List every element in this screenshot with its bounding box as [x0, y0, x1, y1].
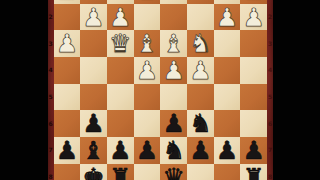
rank-label-left-6: 6	[48, 121, 54, 127]
square-c7[interactable]: ♟	[187, 137, 214, 164]
piece-white-pawn-a2: ♟	[240, 5, 267, 32]
square-b3[interactable]	[214, 30, 241, 57]
square-h7[interactable]: ♟	[54, 137, 81, 164]
square-f4[interactable]	[107, 57, 134, 84]
rank-label-left-8: 8	[48, 174, 54, 180]
square-c8[interactable]	[187, 164, 214, 180]
square-f3[interactable]: ♛	[107, 30, 134, 57]
piece-white-pawn-d4: ♟	[160, 58, 187, 85]
square-g7[interactable]: ♝	[80, 137, 107, 164]
square-d8[interactable]: ♛	[160, 164, 187, 180]
square-b8[interactable]	[214, 164, 241, 180]
chess-board[interactable]: ♜♚♜♟♟♟♟♟♛♝♝♞♟♟♟♟♟♞♟♝♟♟♞♟♟♟♚♜♛♜	[54, 0, 268, 180]
square-e4[interactable]: ♟	[134, 57, 161, 84]
rank-label-right-6: 6	[267, 121, 273, 127]
square-a4[interactable]	[240, 57, 267, 84]
square-a8[interactable]: ♜	[240, 164, 267, 180]
rank-label-right-7: 7	[267, 147, 273, 153]
rank-label-left-3: 3	[48, 41, 54, 47]
square-f5[interactable]	[107, 84, 134, 111]
square-c5[interactable]	[187, 84, 214, 111]
square-g5[interactable]	[80, 84, 107, 111]
square-h5[interactable]	[54, 84, 81, 111]
piece-black-pawn-h7: ♟	[54, 138, 81, 165]
square-h3[interactable]: ♟	[54, 30, 81, 57]
piece-white-pawn-f2: ♟	[107, 5, 134, 32]
square-b6[interactable]	[214, 110, 241, 137]
rank-label-left-2: 2	[48, 14, 54, 20]
square-d3[interactable]: ♝	[160, 30, 187, 57]
square-f6[interactable]	[107, 110, 134, 137]
square-e8[interactable]	[134, 164, 161, 180]
piece-white-bishop-e3: ♝	[134, 31, 161, 58]
square-b4[interactable]	[214, 57, 241, 84]
square-a3[interactable]	[240, 30, 267, 57]
square-e2[interactable]	[134, 4, 161, 31]
piece-black-king-g8: ♚	[80, 165, 107, 180]
rank-label-left-4: 4	[48, 67, 54, 73]
square-d7[interactable]: ♞	[160, 137, 187, 164]
square-f2[interactable]: ♟	[107, 4, 134, 31]
rank-label-left-7: 7	[48, 147, 54, 153]
square-f8[interactable]: ♜	[107, 164, 134, 180]
piece-black-knight-c6: ♞	[187, 111, 214, 138]
square-c4[interactable]: ♟	[187, 57, 214, 84]
square-d6[interactable]: ♟	[160, 110, 187, 137]
square-g3[interactable]	[80, 30, 107, 57]
piece-white-pawn-c4: ♟	[187, 58, 214, 85]
piece-black-pawn-c7: ♟	[187, 138, 214, 165]
square-a6[interactable]	[240, 110, 267, 137]
square-g8[interactable]: ♚	[80, 164, 107, 180]
piece-black-pawn-f7: ♟	[107, 138, 134, 165]
square-g2[interactable]: ♟	[80, 4, 107, 31]
piece-white-pawn-b2: ♟	[214, 5, 241, 32]
piece-white-pawn-g2: ♟	[80, 5, 107, 32]
square-b7[interactable]: ♟	[214, 137, 241, 164]
square-f7[interactable]: ♟	[107, 137, 134, 164]
square-g4[interactable]	[80, 57, 107, 84]
piece-black-pawn-b7: ♟	[214, 138, 241, 165]
rank-label-left-5: 5	[48, 94, 54, 100]
square-d2[interactable]	[160, 4, 187, 31]
square-c2[interactable]	[187, 4, 214, 31]
square-c3[interactable]: ♞	[187, 30, 214, 57]
square-d5[interactable]	[160, 84, 187, 111]
square-a2[interactable]: ♟	[240, 4, 267, 31]
square-h6[interactable]	[54, 110, 81, 137]
piece-black-pawn-d6: ♟	[160, 111, 187, 138]
piece-black-bishop-g7: ♝	[80, 138, 107, 165]
square-h4[interactable]	[54, 57, 81, 84]
rank-label-right-8: 8	[267, 174, 273, 180]
rank-label-right-2: 2	[267, 14, 273, 20]
square-e6[interactable]	[134, 110, 161, 137]
piece-white-pawn-e4: ♟	[134, 58, 161, 85]
square-g6[interactable]: ♟	[80, 110, 107, 137]
piece-black-pawn-a7: ♟	[240, 138, 267, 165]
piece-white-knight-c3: ♞	[187, 31, 214, 58]
piece-white-queen-f3: ♛	[107, 31, 134, 58]
square-b2[interactable]: ♟	[214, 4, 241, 31]
rank-label-right-4: 4	[267, 67, 273, 73]
square-e3[interactable]: ♝	[134, 30, 161, 57]
screenshot-stage: ♜♚♜♟♟♟♟♟♛♝♝♞♟♟♟♟♟♞♟♝♟♟♞♟♟♟♚♜♛♜ 112233445…	[0, 0, 320, 180]
square-e7[interactable]: ♟	[134, 137, 161, 164]
square-b5[interactable]	[214, 84, 241, 111]
piece-black-pawn-e7: ♟	[134, 138, 161, 165]
square-h2[interactable]	[54, 4, 81, 31]
square-e5[interactable]	[134, 84, 161, 111]
piece-black-knight-d7: ♞	[160, 138, 187, 165]
piece-black-rook-a8: ♜	[240, 165, 267, 180]
piece-white-pawn-h3: ♟	[54, 31, 81, 58]
square-a5[interactable]	[240, 84, 267, 111]
square-c6[interactable]: ♞	[187, 110, 214, 137]
square-h8[interactable]	[54, 164, 81, 180]
rank-label-right-5: 5	[267, 94, 273, 100]
square-d4[interactable]: ♟	[160, 57, 187, 84]
piece-black-rook-f8: ♜	[107, 165, 134, 180]
piece-black-pawn-g6: ♟	[80, 111, 107, 138]
piece-black-queen-d8: ♛	[160, 165, 187, 180]
rank-label-right-3: 3	[267, 41, 273, 47]
piece-white-bishop-d3: ♝	[160, 31, 187, 58]
square-a7[interactable]: ♟	[240, 137, 267, 164]
